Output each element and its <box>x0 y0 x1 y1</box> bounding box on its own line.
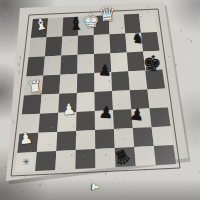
piece-white-rook-a5[interactable]: ♜ <box>26 78 45 98</box>
offboard-white-pawn[interactable]: ♟ <box>90 182 101 192</box>
piece-black-pawn-e4[interactable]: ♟ <box>98 63 112 78</box>
piece-white-pawn-a7[interactable]: ♟ <box>18 131 33 148</box>
piece-black-knight-g2[interactable]: ♞ <box>131 30 145 45</box>
piece-black-pawn-e6[interactable]: ♟ <box>98 105 113 122</box>
chessboard-photo: ✳ ♝♝♚♛♞♚♜♟♟♟♟♟♛♟ <box>0 0 200 200</box>
piece-white-pawn-c6[interactable]: ♟ <box>62 102 76 118</box>
piece-black-king-h4[interactable]: ♚ <box>141 52 163 76</box>
board-logo-icon: ✳ <box>22 157 30 167</box>
piece-black-pawn-f6[interactable]: ♟ <box>129 106 145 123</box>
piece-white-bishop-a1[interactable]: ♝ <box>33 16 49 33</box>
piece-white-queen-e1[interactable]: ♛ <box>98 4 117 25</box>
